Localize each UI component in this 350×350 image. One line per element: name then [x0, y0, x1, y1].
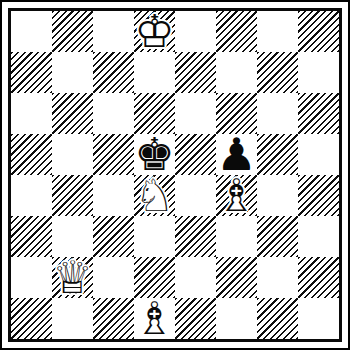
square-h3[interactable] — [298, 216, 339, 257]
square-e4[interactable] — [175, 175, 216, 216]
white-bishop-glyph: ♗ — [216, 175, 257, 216]
square-h7[interactable] — [298, 52, 339, 93]
white-bishop-glyph: ♗ — [134, 298, 175, 339]
square-g3[interactable] — [257, 216, 298, 257]
square-b7[interactable] — [52, 52, 93, 93]
square-c6[interactable] — [93, 93, 134, 134]
square-a3[interactable] — [11, 216, 52, 257]
square-f4[interactable]: ♝♗ — [216, 175, 257, 216]
square-h5[interactable] — [298, 134, 339, 175]
square-d1[interactable]: ♝♗ — [134, 298, 175, 339]
square-g5[interactable] — [257, 134, 298, 175]
square-a4[interactable] — [11, 175, 52, 216]
square-g7[interactable] — [257, 52, 298, 93]
white-king[interactable]: ♚♔ — [134, 11, 175, 52]
square-e5[interactable] — [175, 134, 216, 175]
square-b6[interactable] — [52, 93, 93, 134]
square-a1[interactable] — [11, 298, 52, 339]
square-a6[interactable] — [11, 93, 52, 134]
square-e1[interactable] — [175, 298, 216, 339]
square-d3[interactable] — [134, 216, 175, 257]
square-b2[interactable]: ♛♕ — [52, 257, 93, 298]
white-queen[interactable]: ♛♕ — [52, 257, 93, 298]
square-f3[interactable] — [216, 216, 257, 257]
square-f1[interactable] — [216, 298, 257, 339]
square-g8[interactable] — [257, 11, 298, 52]
chess-board: ♚♔♚♚♟♟♞♘♝♗♛♕♝♗ — [8, 8, 342, 342]
white-queen-glyph: ♕ — [52, 257, 93, 298]
square-e8[interactable] — [175, 11, 216, 52]
square-c3[interactable] — [93, 216, 134, 257]
square-b4[interactable] — [52, 175, 93, 216]
white-bishop[interactable]: ♝♗ — [134, 298, 175, 339]
square-c7[interactable] — [93, 52, 134, 93]
square-d7[interactable] — [134, 52, 175, 93]
square-e7[interactable] — [175, 52, 216, 93]
square-c2[interactable] — [93, 257, 134, 298]
square-f2[interactable] — [216, 257, 257, 298]
square-h2[interactable] — [298, 257, 339, 298]
square-b5[interactable] — [52, 134, 93, 175]
square-g1[interactable] — [257, 298, 298, 339]
square-c5[interactable] — [93, 134, 134, 175]
square-e3[interactable] — [175, 216, 216, 257]
white-bishop[interactable]: ♝♗ — [216, 175, 257, 216]
white-king-glyph: ♔ — [134, 11, 175, 52]
square-h8[interactable] — [298, 11, 339, 52]
square-e2[interactable] — [175, 257, 216, 298]
square-a5[interactable] — [11, 134, 52, 175]
square-b1[interactable] — [52, 298, 93, 339]
square-h4[interactable] — [298, 175, 339, 216]
square-a8[interactable] — [11, 11, 52, 52]
white-knight-glyph: ♘ — [134, 175, 175, 216]
square-f8[interactable] — [216, 11, 257, 52]
square-a7[interactable] — [11, 52, 52, 93]
square-d4[interactable]: ♞♘ — [134, 175, 175, 216]
square-a2[interactable] — [11, 257, 52, 298]
square-d8[interactable]: ♚♔ — [134, 11, 175, 52]
square-h1[interactable] — [298, 298, 339, 339]
chess-diagram: ♚♔♚♚♟♟♞♘♝♗♛♕♝♗ — [0, 0, 350, 350]
square-f7[interactable] — [216, 52, 257, 93]
square-h6[interactable] — [298, 93, 339, 134]
square-g2[interactable] — [257, 257, 298, 298]
white-knight[interactable]: ♞♘ — [134, 175, 175, 216]
square-b8[interactable] — [52, 11, 93, 52]
square-c4[interactable] — [93, 175, 134, 216]
square-c1[interactable] — [93, 298, 134, 339]
square-g4[interactable] — [257, 175, 298, 216]
square-e6[interactable] — [175, 93, 216, 134]
square-g6[interactable] — [257, 93, 298, 134]
square-c8[interactable] — [93, 11, 134, 52]
